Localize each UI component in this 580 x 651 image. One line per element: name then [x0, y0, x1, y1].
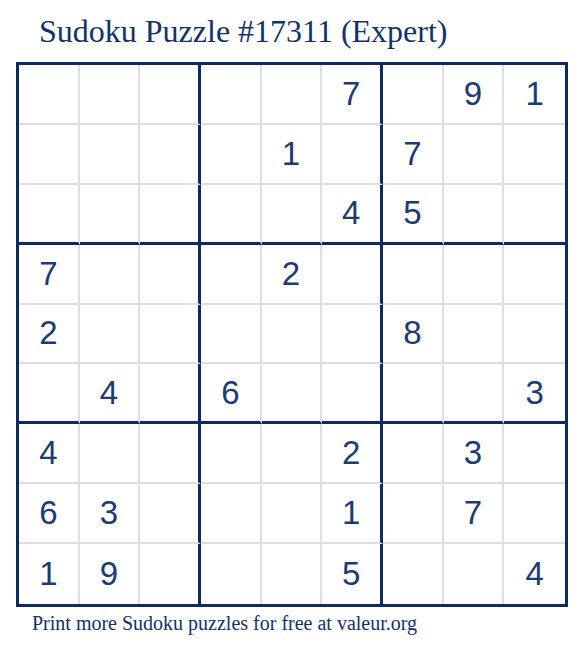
cell-r9c4[interactable] — [201, 544, 262, 604]
cell-r9c9[interactable]: 4 — [504, 544, 565, 604]
cell-r9c2[interactable]: 9 — [80, 544, 141, 604]
cell-r4c9[interactable] — [504, 245, 565, 305]
cell-r5c2[interactable] — [80, 305, 141, 365]
cell-r5c1[interactable]: 2 — [19, 305, 80, 365]
cell-r9c6[interactable]: 5 — [322, 544, 383, 604]
cell-r4c1[interactable]: 7 — [19, 245, 80, 305]
cell-r8c3[interactable] — [140, 484, 201, 544]
cell-r2c9[interactable] — [504, 125, 565, 185]
cell-r3c4[interactable] — [201, 185, 262, 245]
cell-r6c9[interactable]: 3 — [504, 364, 565, 424]
cell-r6c2[interactable]: 4 — [80, 364, 141, 424]
footer-text: Print more Sudoku puzzles for free at va… — [32, 612, 417, 635]
cell-r7c2[interactable] — [80, 424, 141, 484]
cell-r6c7[interactable] — [383, 364, 444, 424]
cell-r7c5[interactable] — [262, 424, 323, 484]
cell-r3c6[interactable]: 4 — [322, 185, 383, 245]
cell-r5c7[interactable]: 8 — [383, 305, 444, 365]
cell-r3c7[interactable]: 5 — [383, 185, 444, 245]
cell-r7c7[interactable] — [383, 424, 444, 484]
cell-r5c9[interactable] — [504, 305, 565, 365]
cell-r4c7[interactable] — [383, 245, 444, 305]
cell-r6c6[interactable] — [322, 364, 383, 424]
cell-r9c7[interactable] — [383, 544, 444, 604]
cell-r5c8[interactable] — [444, 305, 505, 365]
page-title: Sudoku Puzzle #17311 (Expert) — [39, 14, 448, 49]
cell-r2c2[interactable] — [80, 125, 141, 185]
cell-r7c1[interactable]: 4 — [19, 424, 80, 484]
cell-r8c9[interactable] — [504, 484, 565, 544]
cell-r3c9[interactable] — [504, 185, 565, 245]
cell-r9c5[interactable] — [262, 544, 323, 604]
cell-r8c7[interactable] — [383, 484, 444, 544]
cell-r1c6[interactable]: 7 — [322, 65, 383, 125]
cell-r5c6[interactable] — [322, 305, 383, 365]
cell-r7c9[interactable] — [504, 424, 565, 484]
cell-r8c1[interactable]: 6 — [19, 484, 80, 544]
cell-r3c5[interactable] — [262, 185, 323, 245]
cell-r6c1[interactable] — [19, 364, 80, 424]
cell-r1c7[interactable] — [383, 65, 444, 125]
cell-r2c8[interactable] — [444, 125, 505, 185]
cell-r1c4[interactable] — [201, 65, 262, 125]
cell-r5c3[interactable] — [140, 305, 201, 365]
cell-r3c8[interactable] — [444, 185, 505, 245]
cell-r1c5[interactable] — [262, 65, 323, 125]
cell-r8c4[interactable] — [201, 484, 262, 544]
cell-r2c4[interactable] — [201, 125, 262, 185]
cell-r8c2[interactable]: 3 — [80, 484, 141, 544]
cell-r4c4[interactable] — [201, 245, 262, 305]
cell-r8c6[interactable]: 1 — [322, 484, 383, 544]
cell-r9c8[interactable] — [444, 544, 505, 604]
cell-r5c5[interactable] — [262, 305, 323, 365]
cell-r2c5[interactable]: 1 — [262, 125, 323, 185]
cell-r4c8[interactable] — [444, 245, 505, 305]
cell-r2c7[interactable]: 7 — [383, 125, 444, 185]
cell-r9c3[interactable] — [140, 544, 201, 604]
cell-r8c5[interactable] — [262, 484, 323, 544]
cell-r1c3[interactable] — [140, 65, 201, 125]
cell-r6c8[interactable] — [444, 364, 505, 424]
cell-r1c2[interactable] — [80, 65, 141, 125]
sudoku-page: Sudoku Puzzle #17311 (Expert) 7911745722… — [0, 0, 580, 651]
cell-r2c3[interactable] — [140, 125, 201, 185]
cell-r9c1[interactable]: 1 — [19, 544, 80, 604]
cell-r3c2[interactable] — [80, 185, 141, 245]
cell-r6c5[interactable] — [262, 364, 323, 424]
cell-r7c4[interactable] — [201, 424, 262, 484]
cell-r4c2[interactable] — [80, 245, 141, 305]
cell-r1c9[interactable]: 1 — [504, 65, 565, 125]
cell-r2c1[interactable] — [19, 125, 80, 185]
cell-r4c6[interactable] — [322, 245, 383, 305]
cell-r4c5[interactable]: 2 — [262, 245, 323, 305]
cell-r3c1[interactable] — [19, 185, 80, 245]
cell-r2c6[interactable] — [322, 125, 383, 185]
cell-r1c8[interactable]: 9 — [444, 65, 505, 125]
cell-r7c3[interactable] — [140, 424, 201, 484]
cell-r7c6[interactable]: 2 — [322, 424, 383, 484]
cell-r5c4[interactable] — [201, 305, 262, 365]
cell-r4c3[interactable] — [140, 245, 201, 305]
cell-r7c8[interactable]: 3 — [444, 424, 505, 484]
cell-r3c3[interactable] — [140, 185, 201, 245]
cell-r6c3[interactable] — [140, 364, 201, 424]
sudoku-board: 7911745722846342363171954 — [16, 62, 568, 607]
cell-r6c4[interactable]: 6 — [201, 364, 262, 424]
cell-r8c8[interactable]: 7 — [444, 484, 505, 544]
cell-r1c1[interactable] — [19, 65, 80, 125]
